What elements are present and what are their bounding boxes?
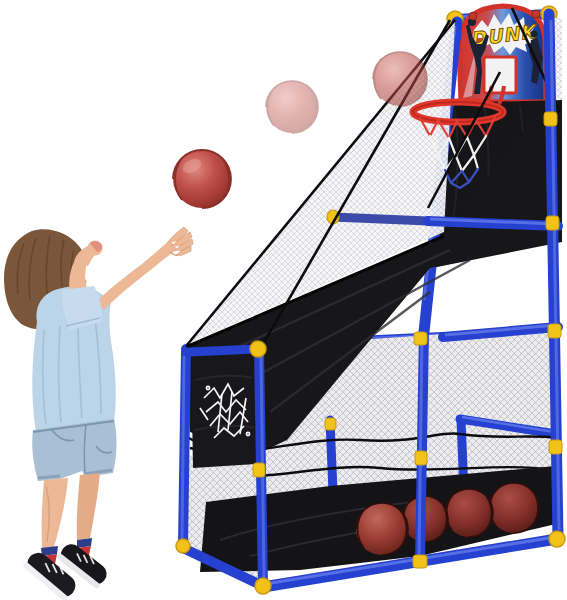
stored-basketball-1: [356, 503, 408, 555]
mini-ball-right: [532, 10, 540, 18]
scene-canvas: DUNK: [0, 0, 567, 600]
shooter-square: [484, 57, 516, 93]
flying-basketball-2: [266, 81, 318, 133]
product-photo: DUNK: [0, 0, 567, 600]
flying-basketball-1: [173, 150, 231, 208]
front-graphic-panel: [189, 347, 258, 468]
stored-basketball-4: [489, 483, 539, 533]
stored-basketball-3: [445, 489, 493, 537]
mini-ball-left: [469, 12, 477, 20]
flying-basketball-3: [373, 52, 427, 106]
